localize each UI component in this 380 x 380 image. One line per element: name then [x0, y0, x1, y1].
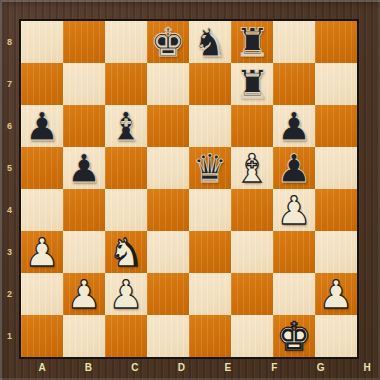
- square-g7[interactable]: [273, 63, 315, 105]
- square-f2[interactable]: [231, 273, 273, 315]
- rank-label-8: 8: [0, 21, 19, 63]
- piece-black-rook[interactable]: ♜: [235, 23, 270, 62]
- square-f3[interactable]: [231, 231, 273, 273]
- square-e8[interactable]: ♞: [189, 21, 231, 63]
- square-g2[interactable]: [273, 273, 315, 315]
- rank-label-5: 5: [0, 147, 19, 189]
- square-c8[interactable]: [105, 21, 147, 63]
- piece-white-pawn[interactable]: ♟: [109, 275, 144, 314]
- piece-black-bishop[interactable]: ♝: [109, 107, 144, 146]
- rank-label-3: 3: [0, 231, 19, 273]
- piece-white-pawn[interactable]: ♟: [319, 275, 354, 314]
- square-c3[interactable]: ♞: [105, 231, 147, 273]
- piece-black-rook[interactable]: ♜: [235, 65, 270, 104]
- file-label-c: C: [114, 358, 156, 378]
- board-frame: ♚♞♜♜♟♝♟♟♛♝♟♟♟♞♟♟♟♚: [19, 19, 359, 359]
- square-g4[interactable]: ♟: [273, 189, 315, 231]
- square-f4[interactable]: [231, 189, 273, 231]
- rank-labels: 8 7 6 5 4 3 2 1: [0, 21, 19, 357]
- square-f5[interactable]: ♝: [231, 147, 273, 189]
- square-g3[interactable]: [273, 231, 315, 273]
- square-a1[interactable]: [21, 315, 63, 357]
- square-h4[interactable]: [315, 189, 357, 231]
- piece-white-knight[interactable]: ♞: [109, 233, 144, 272]
- square-d2[interactable]: [147, 273, 189, 315]
- square-b6[interactable]: [63, 105, 105, 147]
- square-e3[interactable]: [189, 231, 231, 273]
- file-label-d: D: [160, 358, 202, 378]
- square-d3[interactable]: [147, 231, 189, 273]
- rank-label-7: 7: [0, 63, 19, 105]
- piece-black-pawn[interactable]: ♟: [277, 149, 312, 188]
- piece-black-pawn[interactable]: ♟: [67, 149, 102, 188]
- chess-board-window: 8 7 6 5 4 3 2 1 ♚♞♜♜♟♝♟♟♛♝♟♟♟♞♟♟♟♚ A B C…: [0, 0, 380, 380]
- square-e4[interactable]: [189, 189, 231, 231]
- square-g8[interactable]: [273, 21, 315, 63]
- square-g6[interactable]: ♟: [273, 105, 315, 147]
- square-b4[interactable]: [63, 189, 105, 231]
- square-e6[interactable]: [189, 105, 231, 147]
- square-h8[interactable]: [315, 21, 357, 63]
- piece-white-pawn[interactable]: ♟: [277, 191, 312, 230]
- piece-white-pawn[interactable]: ♟: [25, 233, 60, 272]
- square-e5[interactable]: ♛: [189, 147, 231, 189]
- file-label-g: G: [300, 358, 342, 378]
- square-a7[interactable]: [21, 63, 63, 105]
- square-c2[interactable]: ♟: [105, 273, 147, 315]
- rank-label-6: 6: [0, 105, 19, 147]
- square-h7[interactable]: [315, 63, 357, 105]
- square-b8[interactable]: [63, 21, 105, 63]
- square-f6[interactable]: [231, 105, 273, 147]
- square-a8[interactable]: [21, 21, 63, 63]
- piece-black-pawn[interactable]: ♟: [25, 107, 60, 146]
- square-c6[interactable]: ♝: [105, 105, 147, 147]
- square-d4[interactable]: [147, 189, 189, 231]
- square-b1[interactable]: [63, 315, 105, 357]
- file-label-a: A: [21, 358, 63, 378]
- square-h1[interactable]: [315, 315, 357, 357]
- file-label-f: F: [253, 358, 295, 378]
- file-labels: A B C D E F G H: [21, 357, 380, 377]
- square-a2[interactable]: [21, 273, 63, 315]
- square-h3[interactable]: [315, 231, 357, 273]
- square-f8[interactable]: ♜: [231, 21, 273, 63]
- square-d7[interactable]: [147, 63, 189, 105]
- piece-black-king[interactable]: ♚: [151, 23, 186, 62]
- square-d8[interactable]: ♚: [147, 21, 189, 63]
- square-c4[interactable]: [105, 189, 147, 231]
- piece-black-knight[interactable]: ♞: [193, 23, 228, 62]
- piece-black-queen[interactable]: ♛: [193, 149, 228, 188]
- square-e1[interactable]: [189, 315, 231, 357]
- piece-white-bishop[interactable]: ♝: [235, 149, 270, 188]
- square-d1[interactable]: [147, 315, 189, 357]
- square-d5[interactable]: [147, 147, 189, 189]
- piece-white-pawn[interactable]: ♟: [67, 275, 102, 314]
- board-grid: ♚♞♜♜♟♝♟♟♛♝♟♟♟♞♟♟♟♚: [21, 21, 357, 357]
- square-b7[interactable]: [63, 63, 105, 105]
- file-label-h: H: [346, 358, 380, 378]
- square-f1[interactable]: [231, 315, 273, 357]
- square-b3[interactable]: [63, 231, 105, 273]
- square-h5[interactable]: [315, 147, 357, 189]
- square-c7[interactable]: [105, 63, 147, 105]
- square-g1[interactable]: ♚: [273, 315, 315, 357]
- square-f7[interactable]: ♜: [231, 63, 273, 105]
- square-a6[interactable]: ♟: [21, 105, 63, 147]
- rank-label-2: 2: [0, 273, 19, 315]
- square-e2[interactable]: [189, 273, 231, 315]
- square-c1[interactable]: [105, 315, 147, 357]
- square-a3[interactable]: ♟: [21, 231, 63, 273]
- square-a4[interactable]: [21, 189, 63, 231]
- square-h2[interactable]: ♟: [315, 273, 357, 315]
- square-g5[interactable]: ♟: [273, 147, 315, 189]
- square-d6[interactable]: [147, 105, 189, 147]
- rank-label-1: 1: [0, 315, 19, 357]
- square-b2[interactable]: ♟: [63, 273, 105, 315]
- piece-white-king[interactable]: ♚: [277, 317, 312, 356]
- file-label-b: B: [67, 358, 109, 378]
- square-a5[interactable]: [21, 147, 63, 189]
- square-c5[interactable]: [105, 147, 147, 189]
- square-e7[interactable]: [189, 63, 231, 105]
- piece-black-pawn[interactable]: ♟: [277, 107, 312, 146]
- square-h6[interactable]: [315, 105, 357, 147]
- rank-label-4: 4: [0, 189, 19, 231]
- square-b5[interactable]: ♟: [63, 147, 105, 189]
- file-label-e: E: [207, 358, 249, 378]
